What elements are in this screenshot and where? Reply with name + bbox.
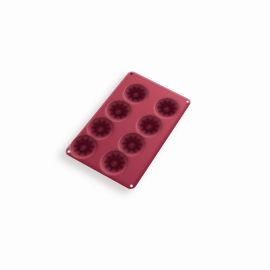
corner-hang-hole: [130, 72, 134, 75]
product-photo-stage: [0, 0, 270, 270]
corner-hang-hole: [129, 184, 133, 188]
baking-mold: [63, 70, 192, 191]
corner-hang-hole: [186, 100, 190, 103]
corner-hang-hole: [67, 150, 71, 154]
